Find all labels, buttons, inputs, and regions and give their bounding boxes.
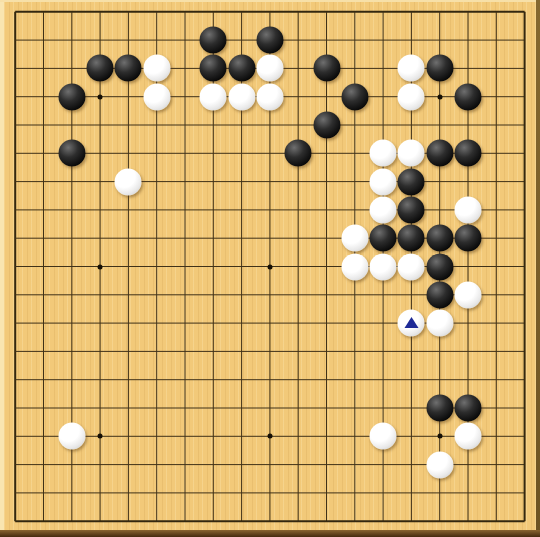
white-stone[interactable] [370,253,397,280]
star-point [437,434,442,439]
white-stone[interactable] [398,253,425,280]
star-point [267,264,272,269]
white-stone[interactable] [398,310,425,337]
black-stone[interactable] [426,253,453,280]
star-point [267,434,272,439]
frame-bevel-top [0,0,540,2]
white-stone[interactable] [370,168,397,195]
white-stone[interactable] [398,140,425,167]
black-stone[interactable] [200,55,227,82]
black-stone[interactable] [58,83,85,110]
triangle-marker-icon [404,316,418,327]
white-stone[interactable] [341,225,368,252]
black-stone[interactable] [426,55,453,82]
frame-bevel-right [536,0,540,537]
go-board[interactable] [0,0,540,537]
white-stone[interactable] [426,451,453,478]
white-stone[interactable] [58,423,85,450]
black-stone[interactable] [426,140,453,167]
white-stone[interactable] [398,55,425,82]
black-stone[interactable] [426,225,453,252]
black-stone[interactable] [200,27,227,54]
black-stone[interactable] [256,27,283,54]
white-stone[interactable] [341,253,368,280]
star-point [437,94,442,99]
white-stone[interactable] [370,196,397,223]
black-stone[interactable] [285,140,312,167]
black-stone[interactable] [228,55,255,82]
black-stone[interactable] [426,395,453,422]
black-stone[interactable] [455,225,482,252]
white-stone[interactable] [455,423,482,450]
black-stone[interactable] [426,281,453,308]
white-stone[interactable] [200,83,227,110]
white-stone[interactable] [256,55,283,82]
white-stone[interactable] [143,55,170,82]
white-stone[interactable] [370,140,397,167]
black-stone[interactable] [398,168,425,195]
white-stone[interactable] [426,310,453,337]
white-stone[interactable] [455,196,482,223]
black-stone[interactable] [58,140,85,167]
black-stone[interactable] [115,55,142,82]
star-point [98,94,103,99]
black-stone[interactable] [341,83,368,110]
white-stone[interactable] [228,83,255,110]
black-stone[interactable] [398,225,425,252]
go-app-window [0,0,540,537]
star-point [98,434,103,439]
black-stone[interactable] [313,55,340,82]
black-stone[interactable] [455,140,482,167]
black-stone[interactable] [455,395,482,422]
black-stone[interactable] [455,83,482,110]
black-stone[interactable] [398,196,425,223]
white-stone[interactable] [115,168,142,195]
white-stone[interactable] [143,83,170,110]
frame-bevel-left [0,0,4,537]
white-stone[interactable] [370,423,397,450]
white-stone[interactable] [455,281,482,308]
white-stone[interactable] [256,83,283,110]
white-stone[interactable] [398,83,425,110]
black-stone[interactable] [370,225,397,252]
star-point [98,264,103,269]
black-stone[interactable] [87,55,114,82]
frame-bevel-bottom [0,530,540,537]
black-stone[interactable] [313,112,340,139]
